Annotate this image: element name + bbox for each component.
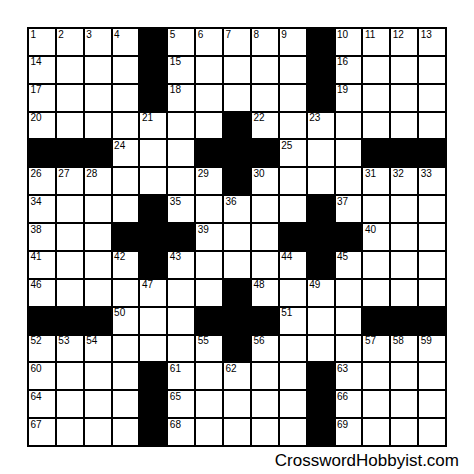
clue-number-32: 32 (393, 168, 404, 179)
cell-r4c1[interactable]: 20 (29, 113, 55, 139)
cell-r15c9[interactable] (252, 419, 278, 445)
cell-r2c6[interactable]: 15 (168, 57, 194, 83)
cell-r2c8[interactable] (224, 57, 250, 83)
cell-r12c2[interactable]: 53 (57, 336, 83, 362)
clue-number-33: 33 (421, 168, 432, 179)
cell-r5c5[interactable] (140, 140, 166, 166)
cell-r2c7[interactable] (196, 57, 222, 83)
clue-number-64: 64 (31, 391, 42, 402)
clue-number-62: 62 (226, 363, 237, 374)
clue-number-63: 63 (337, 363, 348, 374)
clue-number-1: 1 (31, 29, 37, 40)
cell-r15c12[interactable]: 69 (336, 419, 362, 445)
cell-r14c7[interactable] (196, 391, 222, 417)
cell-r2c3[interactable] (85, 57, 111, 83)
cell-r4c5[interactable]: 21 (140, 113, 166, 139)
cell-r3c1[interactable]: 17 (29, 85, 55, 111)
clue-number-49: 49 (309, 279, 320, 290)
cell-r4c13[interactable] (363, 113, 389, 139)
cell-r7c14[interactable] (391, 196, 417, 222)
cell-r12c3[interactable]: 54 (85, 336, 111, 362)
cell-r1c2[interactable]: 2 (57, 29, 83, 55)
black-cell-r11c13 (363, 308, 389, 334)
cell-r11c6[interactable] (168, 308, 194, 334)
clue-number-29: 29 (198, 168, 209, 179)
cell-r2c4[interactable] (113, 57, 139, 83)
black-cell-r5c8 (224, 140, 250, 166)
cell-r2c13[interactable] (363, 57, 389, 83)
cell-r8c3[interactable] (85, 224, 111, 250)
black-cell-r8c11 (308, 224, 334, 250)
clue-number-36: 36 (226, 196, 237, 207)
cell-r13c1[interactable]: 60 (29, 363, 55, 389)
cell-r12c9[interactable]: 56 (252, 336, 278, 362)
cell-r4c9[interactable]: 22 (252, 113, 278, 139)
cell-r6c12[interactable] (336, 168, 362, 194)
black-cell-r5c1 (29, 140, 55, 166)
cell-r2c14[interactable] (391, 57, 417, 83)
black-cell-r8c12 (336, 224, 362, 250)
black-cell-r5c9 (252, 140, 278, 166)
cell-r13c8[interactable]: 62 (224, 363, 250, 389)
cell-r10c11[interactable]: 49 (308, 280, 334, 306)
cell-r10c7[interactable] (196, 280, 222, 306)
cell-r1c3[interactable]: 3 (85, 29, 111, 55)
cell-r14c3[interactable] (85, 391, 111, 417)
cell-r11c12[interactable] (336, 308, 362, 334)
clue-number-3: 3 (86, 29, 92, 40)
black-cell-r5c3 (85, 140, 111, 166)
clue-number-66: 66 (337, 391, 348, 402)
clue-number-42: 42 (114, 251, 125, 262)
black-cell-r4c8 (224, 113, 250, 139)
cell-r14c9[interactable] (252, 391, 278, 417)
cell-r15c4[interactable] (113, 419, 139, 445)
clue-number-54: 54 (86, 335, 97, 346)
black-cell-r15c11 (308, 419, 334, 445)
cell-r14c13[interactable] (363, 391, 389, 417)
cell-r1c9[interactable]: 8 (252, 29, 278, 55)
cell-r6c13[interactable]: 31 (363, 168, 389, 194)
clue-number-6: 6 (198, 29, 204, 40)
cell-r11c11[interactable] (308, 308, 334, 334)
black-cell-r5c7 (196, 140, 222, 166)
black-cell-r13c5 (140, 363, 166, 389)
black-cell-r15c5 (140, 419, 166, 445)
cell-r3c12[interactable]: 19 (336, 85, 362, 111)
black-cell-r3c5 (140, 85, 166, 111)
cell-r6c7[interactable]: 29 (196, 168, 222, 194)
black-cell-r11c3 (85, 308, 111, 334)
cell-r3c13[interactable] (363, 85, 389, 111)
cell-r1c7[interactable]: 6 (196, 29, 222, 55)
cell-r9c8[interactable] (224, 252, 250, 278)
cell-r3c2[interactable] (57, 85, 83, 111)
cell-r15c13[interactable] (363, 419, 389, 445)
cell-r6c6[interactable] (168, 168, 194, 194)
cell-r7c2[interactable] (57, 196, 83, 222)
cell-r14c10[interactable] (280, 391, 306, 417)
cell-r9c14[interactable] (391, 252, 417, 278)
cell-r8c15[interactable] (419, 224, 445, 250)
cell-r5c6[interactable] (168, 140, 194, 166)
cell-r13c13[interactable] (363, 363, 389, 389)
cell-r12c6[interactable] (168, 336, 194, 362)
cell-r1c14[interactable]: 12 (391, 29, 417, 55)
cell-r14c12[interactable]: 66 (336, 391, 362, 417)
cell-r7c1[interactable]: 34 (29, 196, 55, 222)
cell-r10c13[interactable] (363, 280, 389, 306)
cell-r13c6[interactable]: 61 (168, 363, 194, 389)
black-cell-r6c8 (224, 168, 250, 194)
cell-r6c14[interactable]: 32 (391, 168, 417, 194)
cell-r14c1[interactable]: 64 (29, 391, 55, 417)
cell-r4c3[interactable] (85, 113, 111, 139)
clue-number-20: 20 (31, 112, 42, 123)
black-cell-r8c6 (168, 224, 194, 250)
cell-r6c5[interactable] (140, 168, 166, 194)
clue-number-45: 45 (337, 251, 348, 262)
cell-r10c14[interactable] (391, 280, 417, 306)
cell-r10c4[interactable] (113, 280, 139, 306)
cell-r8c2[interactable] (57, 224, 83, 250)
cell-r7c15[interactable] (419, 196, 445, 222)
clue-number-31: 31 (365, 168, 376, 179)
black-cell-r11c14 (391, 308, 417, 334)
cell-r14c15[interactable] (419, 391, 445, 417)
clue-number-13: 13 (421, 29, 432, 40)
cell-r13c3[interactable] (85, 363, 111, 389)
cell-r1c13[interactable]: 11 (363, 29, 389, 55)
cell-r12c10[interactable] (280, 336, 306, 362)
cell-r3c14[interactable] (391, 85, 417, 111)
cell-r6c9[interactable]: 30 (252, 168, 278, 194)
cell-r7c6[interactable]: 35 (168, 196, 194, 222)
black-cell-r1c11 (308, 29, 334, 55)
clue-number-38: 38 (31, 224, 42, 235)
black-cell-r11c8 (224, 308, 250, 334)
cell-r4c15[interactable] (419, 113, 445, 139)
black-cell-r11c15 (419, 308, 445, 334)
clue-number-58: 58 (393, 335, 404, 346)
cell-r15c3[interactable] (85, 419, 111, 445)
black-cell-r11c1 (29, 308, 55, 334)
cell-r4c14[interactable] (391, 113, 417, 139)
cell-r9c2[interactable] (57, 252, 83, 278)
cell-r5c10[interactable]: 25 (280, 140, 306, 166)
cell-r2c9[interactable] (252, 57, 278, 83)
clue-number-4: 4 (114, 29, 120, 40)
clue-number-55: 55 (198, 335, 209, 346)
cell-r10c2[interactable] (57, 280, 83, 306)
cell-r11c10[interactable]: 51 (280, 308, 306, 334)
brand-text: CrosswordHobbyist.com (275, 451, 459, 471)
cell-r6c11[interactable] (308, 168, 334, 194)
black-cell-r11c9 (252, 308, 278, 334)
black-cell-r5c13 (363, 140, 389, 166)
cell-r6c4[interactable] (113, 168, 139, 194)
clue-number-2: 2 (58, 29, 64, 40)
cell-r12c12[interactable] (336, 336, 362, 362)
cell-r1c6[interactable]: 5 (168, 29, 194, 55)
cell-r7c10[interactable] (280, 196, 306, 222)
cell-r1c4[interactable]: 4 (113, 29, 139, 55)
cell-r3c15[interactable] (419, 85, 445, 111)
clue-number-44: 44 (281, 251, 292, 262)
clue-number-15: 15 (170, 56, 181, 67)
cell-r13c12[interactable]: 63 (336, 363, 362, 389)
cell-r1c1[interactable]: 1 (29, 29, 55, 55)
cell-r2c15[interactable] (419, 57, 445, 83)
cell-r8c14[interactable] (391, 224, 417, 250)
clue-number-14: 14 (31, 56, 42, 67)
cell-r1c10[interactable]: 9 (280, 29, 306, 55)
clue-number-19: 19 (337, 84, 348, 95)
cell-r10c12[interactable] (336, 280, 362, 306)
cell-r9c13[interactable] (363, 252, 389, 278)
cell-r12c14[interactable]: 58 (391, 336, 417, 362)
clue-number-12: 12 (393, 29, 404, 40)
clue-number-7: 7 (226, 29, 232, 40)
clue-number-18: 18 (170, 84, 181, 95)
cell-r7c7[interactable] (196, 196, 222, 222)
cell-r5c12[interactable] (336, 140, 362, 166)
cell-r6c15[interactable]: 33 (419, 168, 445, 194)
cell-r9c1[interactable]: 41 (29, 252, 55, 278)
black-cell-r9c11 (308, 252, 334, 278)
clue-number-30: 30 (253, 168, 264, 179)
cell-r14c8[interactable] (224, 391, 250, 417)
clue-number-68: 68 (170, 419, 181, 430)
cell-r14c4[interactable] (113, 391, 139, 417)
clue-number-59: 59 (421, 335, 432, 346)
cell-r13c4[interactable] (113, 363, 139, 389)
cell-r11c4[interactable]: 50 (113, 308, 139, 334)
clue-number-8: 8 (253, 29, 259, 40)
cell-r15c1[interactable]: 67 (29, 419, 55, 445)
cell-r1c8[interactable]: 7 (224, 29, 250, 55)
clue-number-61: 61 (170, 363, 181, 374)
clue-number-40: 40 (365, 224, 376, 235)
cell-r12c4[interactable] (113, 336, 139, 362)
cell-r8c7[interactable]: 39 (196, 224, 222, 250)
cell-r9c3[interactable] (85, 252, 111, 278)
black-cell-r10c8 (224, 280, 250, 306)
clue-number-46: 46 (31, 279, 42, 290)
cell-r12c5[interactable] (140, 336, 166, 362)
cell-r15c15[interactable] (419, 419, 445, 445)
cell-r12c1[interactable]: 52 (29, 336, 55, 362)
clue-number-52: 52 (31, 335, 42, 346)
cell-r3c9[interactable] (252, 85, 278, 111)
black-cell-r8c4 (113, 224, 139, 250)
cell-r4c7[interactable] (196, 113, 222, 139)
cell-r11c5[interactable] (140, 308, 166, 334)
clue-number-53: 53 (58, 335, 69, 346)
cell-r9c15[interactable] (419, 252, 445, 278)
black-cell-r14c11 (308, 391, 334, 417)
clue-number-43: 43 (170, 251, 181, 262)
cell-r2c10[interactable] (280, 57, 306, 83)
cell-r2c1[interactable]: 14 (29, 57, 55, 83)
cell-r12c15[interactable]: 59 (419, 336, 445, 362)
clue-number-56: 56 (253, 335, 264, 346)
clue-number-24: 24 (114, 140, 125, 151)
clue-number-47: 47 (142, 279, 153, 290)
cell-r8c1[interactable]: 38 (29, 224, 55, 250)
black-cell-r5c14 (391, 140, 417, 166)
cell-r9c9[interactable] (252, 252, 278, 278)
clue-number-10: 10 (337, 29, 348, 40)
cell-r3c7[interactable] (196, 85, 222, 111)
black-cell-r14c5 (140, 391, 166, 417)
black-cell-r11c7 (196, 308, 222, 334)
clue-number-9: 9 (281, 29, 287, 40)
clue-number-5: 5 (170, 29, 176, 40)
cell-r13c10[interactable] (280, 363, 306, 389)
crossword-grid: 1234567891011121314151617181920212223242… (27, 27, 447, 447)
clue-number-37: 37 (337, 196, 348, 207)
black-cell-r1c5 (140, 29, 166, 55)
cell-r7c3[interactable] (85, 196, 111, 222)
cell-r4c11[interactable]: 23 (308, 113, 334, 139)
clue-number-27: 27 (58, 168, 69, 179)
cell-r5c4[interactable]: 24 (113, 140, 139, 166)
cell-r10c10[interactable] (280, 280, 306, 306)
cell-r10c3[interactable] (85, 280, 111, 306)
clue-number-41: 41 (31, 251, 42, 262)
cell-r9c6[interactable]: 43 (168, 252, 194, 278)
cell-r15c2[interactable] (57, 419, 83, 445)
cell-r6c10[interactable] (280, 168, 306, 194)
clue-number-57: 57 (365, 335, 376, 346)
clue-number-50: 50 (114, 307, 125, 318)
cell-r15c14[interactable] (391, 419, 417, 445)
cell-r9c4[interactable]: 42 (113, 252, 139, 278)
cell-r5c11[interactable] (308, 140, 334, 166)
cell-r3c3[interactable] (85, 85, 111, 111)
black-cell-r7c5 (140, 196, 166, 222)
cell-r15c10[interactable] (280, 419, 306, 445)
clue-number-28: 28 (86, 168, 97, 179)
cell-r12c7[interactable]: 55 (196, 336, 222, 362)
clue-number-11: 11 (365, 29, 375, 40)
cell-r4c4[interactable] (113, 113, 139, 139)
clue-number-60: 60 (31, 363, 42, 374)
cell-r1c12[interactable]: 10 (336, 29, 362, 55)
cell-r7c12[interactable]: 37 (336, 196, 362, 222)
cell-r6c1[interactable]: 26 (29, 168, 55, 194)
cell-r8c8[interactable] (224, 224, 250, 250)
clue-number-34: 34 (31, 196, 42, 207)
black-cell-r7c11 (308, 196, 334, 222)
black-cell-r8c10 (280, 224, 306, 250)
black-cell-r2c5 (140, 57, 166, 83)
clue-number-51: 51 (281, 307, 292, 318)
clue-number-23: 23 (309, 112, 320, 123)
cell-r9c10[interactable]: 44 (280, 252, 306, 278)
cell-r10c1[interactable]: 46 (29, 280, 55, 306)
cell-r13c2[interactable] (57, 363, 83, 389)
cell-r3c8[interactable] (224, 85, 250, 111)
black-cell-r2c11 (308, 57, 334, 83)
black-cell-r5c15 (419, 140, 445, 166)
clue-number-39: 39 (198, 224, 209, 235)
clue-number-26: 26 (31, 168, 42, 179)
cell-r7c13[interactable] (363, 196, 389, 222)
cell-r3c6[interactable]: 18 (168, 85, 194, 111)
cell-r10c5[interactable]: 47 (140, 280, 166, 306)
cell-r6c3[interactable]: 28 (85, 168, 111, 194)
cell-r10c6[interactable] (168, 280, 194, 306)
cell-r12c11[interactable] (308, 336, 334, 362)
clue-number-22: 22 (253, 112, 264, 123)
cell-r3c10[interactable] (280, 85, 306, 111)
cell-r9c12[interactable]: 45 (336, 252, 362, 278)
cell-r4c2[interactable] (57, 113, 83, 139)
cell-r13c9[interactable] (252, 363, 278, 389)
cell-r15c7[interactable] (196, 419, 222, 445)
cell-r4c12[interactable] (336, 113, 362, 139)
clue-number-21: 21 (142, 112, 153, 123)
cell-r14c14[interactable] (391, 391, 417, 417)
cell-r7c8[interactable]: 36 (224, 196, 250, 222)
clue-number-69: 69 (337, 419, 348, 430)
cell-r3c4[interactable] (113, 85, 139, 111)
clue-number-17: 17 (31, 84, 42, 95)
black-cell-r11c2 (57, 308, 83, 334)
clue-number-48: 48 (253, 279, 264, 290)
cell-r1c15[interactable]: 13 (419, 29, 445, 55)
clue-number-67: 67 (31, 419, 42, 430)
black-cell-r8c5 (140, 224, 166, 250)
cell-r14c2[interactable] (57, 391, 83, 417)
cell-r13c15[interactable] (419, 363, 445, 389)
cell-r8c13[interactable]: 40 (363, 224, 389, 250)
cell-r4c6[interactable] (168, 113, 194, 139)
cell-r10c15[interactable] (419, 280, 445, 306)
cell-r14c6[interactable]: 65 (168, 391, 194, 417)
cell-r10c9[interactable]: 48 (252, 280, 278, 306)
cell-r15c6[interactable]: 68 (168, 419, 194, 445)
black-cell-r3c11 (308, 85, 334, 111)
cell-r13c14[interactable] (391, 363, 417, 389)
cell-r2c2[interactable] (57, 57, 83, 83)
black-cell-r13c11 (308, 363, 334, 389)
cell-r7c9[interactable] (252, 196, 278, 222)
cell-r2c12[interactable]: 16 (336, 57, 362, 83)
cell-r15c8[interactable] (224, 419, 250, 445)
black-cell-r9c5 (140, 252, 166, 278)
clue-number-16: 16 (337, 56, 348, 67)
clue-number-65: 65 (170, 391, 181, 402)
cell-r9c7[interactable] (196, 252, 222, 278)
cell-r4c10[interactable] (280, 113, 306, 139)
cell-r7c4[interactable] (113, 196, 139, 222)
cell-r13c7[interactable] (196, 363, 222, 389)
cell-r6c2[interactable]: 27 (57, 168, 83, 194)
cell-r12c13[interactable]: 57 (363, 336, 389, 362)
clue-number-35: 35 (170, 196, 181, 207)
cell-r8c9[interactable] (252, 224, 278, 250)
clue-number-25: 25 (281, 140, 292, 151)
black-cell-r12c8 (224, 336, 250, 362)
black-cell-r5c2 (57, 140, 83, 166)
